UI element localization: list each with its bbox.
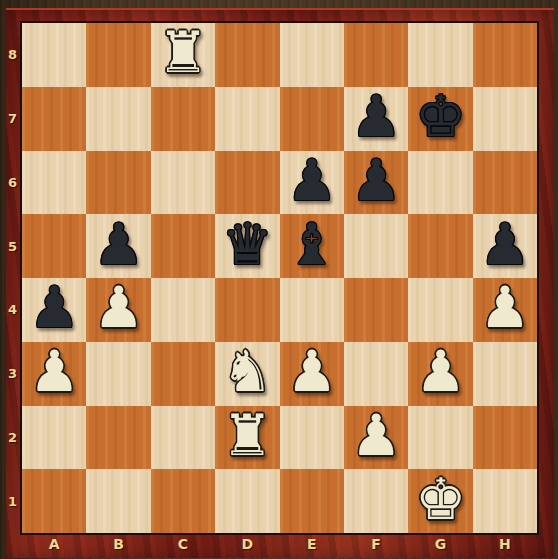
rank-label-2: 2 — [5, 406, 20, 470]
file-label-f: F — [344, 533, 408, 555]
rank-label-4: 4 — [5, 278, 20, 342]
square-b6[interactable] — [86, 151, 150, 215]
square-e6[interactable]: ♟ — [280, 151, 344, 215]
square-e2[interactable] — [280, 406, 344, 470]
square-d8[interactable] — [215, 23, 279, 87]
square-g5[interactable] — [408, 214, 472, 278]
square-c3[interactable] — [151, 342, 215, 406]
square-d4[interactable] — [215, 278, 279, 342]
rank-label-1: 1 — [5, 469, 20, 533]
file-label-e: E — [280, 533, 344, 555]
black-pawn[interactable]: ♟ — [93, 216, 144, 273]
rank-label-3: 3 — [5, 342, 20, 406]
square-g1[interactable]: ♚ — [408, 469, 472, 533]
square-e4[interactable] — [280, 278, 344, 342]
square-b1[interactable] — [86, 469, 150, 533]
square-a7[interactable] — [22, 87, 86, 151]
file-label-h: H — [473, 533, 537, 555]
square-c1[interactable] — [151, 469, 215, 533]
square-g7[interactable]: ♚ — [408, 87, 472, 151]
square-e3[interactable]: ♟ — [280, 342, 344, 406]
square-h4[interactable]: ♟ — [473, 278, 537, 342]
white-knight[interactable]: ♞ — [222, 343, 273, 400]
white-rook[interactable]: ♜ — [222, 407, 273, 464]
file-labels: ABCDEFGH — [22, 533, 537, 555]
square-d2[interactable]: ♜ — [215, 406, 279, 470]
black-pawn[interactable]: ♟ — [351, 152, 402, 209]
rank-label-7: 7 — [5, 87, 20, 151]
black-queen[interactable]: ♛ — [222, 216, 273, 273]
rank-label-8: 8 — [5, 23, 20, 87]
square-e5[interactable]: ♝ — [280, 214, 344, 278]
square-a4[interactable]: ♟ — [22, 278, 86, 342]
square-d6[interactable] — [215, 151, 279, 215]
square-g3[interactable]: ♟ — [408, 342, 472, 406]
black-king[interactable]: ♚ — [415, 88, 466, 145]
square-c2[interactable] — [151, 406, 215, 470]
chess-board-widget: 87654321 ♜♟♚♟♟♟♛♝♟♟♟♟♟♞♟♟♜♟♚ ABCDEFGH — [0, 0, 558, 559]
file-label-c: C — [151, 533, 215, 555]
white-pawn[interactable]: ♟ — [415, 343, 466, 400]
square-a2[interactable] — [22, 406, 86, 470]
square-g4[interactable] — [408, 278, 472, 342]
square-d1[interactable] — [215, 469, 279, 533]
square-h2[interactable] — [473, 406, 537, 470]
square-b7[interactable] — [86, 87, 150, 151]
black-pawn[interactable]: ♟ — [29, 279, 80, 336]
black-pawn[interactable]: ♟ — [286, 152, 337, 209]
white-rook[interactable]: ♜ — [157, 24, 208, 81]
square-c7[interactable] — [151, 87, 215, 151]
black-pawn[interactable]: ♟ — [479, 216, 530, 273]
white-pawn[interactable]: ♟ — [93, 279, 144, 336]
black-pawn[interactable]: ♟ — [351, 88, 402, 145]
square-a1[interactable] — [22, 469, 86, 533]
square-h5[interactable]: ♟ — [473, 214, 537, 278]
square-b5[interactable]: ♟ — [86, 214, 150, 278]
square-f1[interactable] — [344, 469, 408, 533]
square-a3[interactable]: ♟ — [22, 342, 86, 406]
white-king[interactable]: ♚ — [415, 471, 466, 528]
square-b3[interactable] — [86, 342, 150, 406]
square-g6[interactable] — [408, 151, 472, 215]
square-c4[interactable] — [151, 278, 215, 342]
rank-labels: 87654321 — [5, 23, 20, 533]
black-bishop[interactable]: ♝ — [286, 216, 337, 273]
square-f2[interactable]: ♟ — [344, 406, 408, 470]
square-h3[interactable] — [473, 342, 537, 406]
square-a5[interactable] — [22, 214, 86, 278]
square-h7[interactable] — [473, 87, 537, 151]
square-h1[interactable] — [473, 469, 537, 533]
square-f4[interactable] — [344, 278, 408, 342]
square-a6[interactable] — [22, 151, 86, 215]
chess-board: ♜♟♚♟♟♟♛♝♟♟♟♟♟♞♟♟♜♟♚ — [20, 21, 539, 535]
white-pawn[interactable]: ♟ — [351, 407, 402, 464]
square-b8[interactable] — [86, 23, 150, 87]
file-label-d: D — [215, 533, 279, 555]
file-label-a: A — [22, 533, 86, 555]
square-e1[interactable] — [280, 469, 344, 533]
file-label-g: G — [408, 533, 472, 555]
square-h8[interactable] — [473, 23, 537, 87]
file-label-b: B — [86, 533, 150, 555]
square-c8[interactable]: ♜ — [151, 23, 215, 87]
square-a8[interactable] — [22, 23, 86, 87]
square-c5[interactable] — [151, 214, 215, 278]
square-f5[interactable] — [344, 214, 408, 278]
square-f8[interactable] — [344, 23, 408, 87]
square-b4[interactable]: ♟ — [86, 278, 150, 342]
rank-label-5: 5 — [5, 214, 20, 278]
square-h6[interactable] — [473, 151, 537, 215]
square-d5[interactable]: ♛ — [215, 214, 279, 278]
square-f7[interactable]: ♟ — [344, 87, 408, 151]
white-pawn[interactable]: ♟ — [479, 279, 530, 336]
square-d7[interactable] — [215, 87, 279, 151]
square-b2[interactable] — [86, 406, 150, 470]
square-g2[interactable] — [408, 406, 472, 470]
rank-label-6: 6 — [5, 151, 20, 215]
square-c6[interactable] — [151, 151, 215, 215]
white-pawn[interactable]: ♟ — [286, 343, 337, 400]
square-d3[interactable]: ♞ — [215, 342, 279, 406]
white-pawn[interactable]: ♟ — [29, 343, 80, 400]
square-f6[interactable]: ♟ — [344, 151, 408, 215]
square-f3[interactable] — [344, 342, 408, 406]
square-e7[interactable] — [280, 87, 344, 151]
square-e8[interactable] — [280, 23, 344, 87]
square-g8[interactable] — [408, 23, 472, 87]
